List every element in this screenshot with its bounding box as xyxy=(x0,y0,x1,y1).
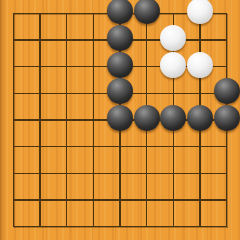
black-stone xyxy=(107,105,133,131)
black-stone xyxy=(107,52,133,78)
black-stone xyxy=(160,105,186,131)
black-stone xyxy=(214,105,240,131)
grid-line-horizontal xyxy=(13,173,228,175)
black-stone xyxy=(134,0,160,24)
grid-line-horizontal xyxy=(13,199,228,201)
grid-line-horizontal xyxy=(13,146,228,148)
black-stone xyxy=(107,0,133,24)
black-stone xyxy=(187,105,213,131)
white-stone xyxy=(160,25,186,51)
white-stone xyxy=(160,52,186,78)
grid-line-horizontal xyxy=(13,226,228,228)
white-stone xyxy=(187,52,213,78)
black-stone xyxy=(214,78,240,104)
black-stone xyxy=(134,105,160,131)
white-stone xyxy=(187,0,213,24)
black-stone xyxy=(107,78,133,104)
black-stone xyxy=(107,25,133,51)
go-board[interactable] xyxy=(0,0,240,240)
